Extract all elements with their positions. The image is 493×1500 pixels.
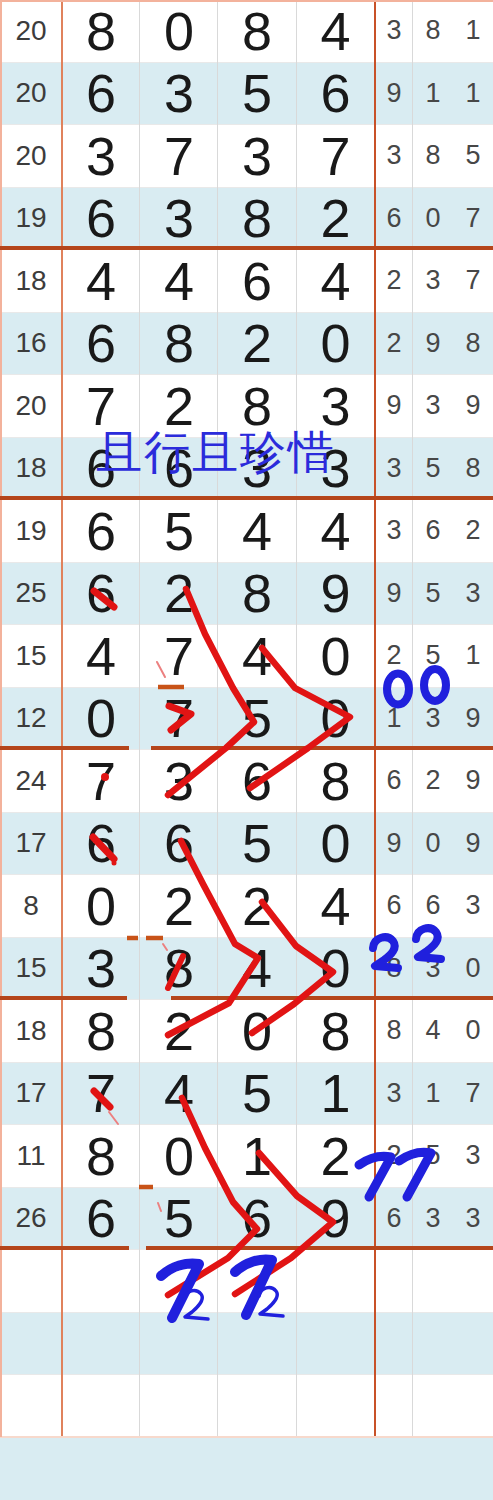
aux-digit-cell: 9 <box>375 375 413 437</box>
table-row: 206356911 <box>0 63 493 126</box>
main-digit-cell: 4 <box>218 625 296 687</box>
main-digit-cell: 8 <box>218 563 296 625</box>
table-row: 256289953 <box>0 563 493 626</box>
lottery-trend-board: 2080843812063569112037373851963826071844… <box>0 0 493 1500</box>
draw-count-cell: 17 <box>0 1063 62 1125</box>
draw-count-cell <box>0 1438 62 1500</box>
table-row: 154740251 <box>0 625 493 688</box>
aux-digit-cell: 3 <box>453 1125 493 1187</box>
main-digit-cell: 8 <box>140 313 218 375</box>
aux-digit-cell: 5 <box>453 125 493 187</box>
main-digit-cell: 0 <box>296 688 375 750</box>
main-digit-cell: 9 <box>296 563 375 625</box>
main-digit-cell: 4 <box>140 250 218 312</box>
main-digit-cell: 0 <box>296 813 375 875</box>
draw-count-cell: 17 <box>0 813 62 875</box>
aux-digit-cell: 3 <box>413 250 453 312</box>
table-row: 177451317 <box>0 1063 493 1126</box>
aux-digit-cell: 3 <box>375 0 413 62</box>
aux-digit-cell: 3 <box>453 563 493 625</box>
aux-digit-cell: 0 <box>453 938 493 1000</box>
main-digit-cell <box>296 1375 375 1437</box>
main-digit-cell: 4 <box>296 875 375 937</box>
main-digit-cell: 0 <box>140 1125 218 1187</box>
main-digit-cell: 3 <box>140 750 218 812</box>
main-digit-cell: 2 <box>140 563 218 625</box>
main-digit-cell <box>140 1250 218 1312</box>
aux-digit-cell: 0 <box>413 188 453 250</box>
aux-digit-cell: 4 <box>413 1000 453 1062</box>
aux-digit-cell: 5 <box>413 438 453 500</box>
main-digit-cell: 2 <box>296 188 375 250</box>
main-digit-cell: 6 <box>218 250 296 312</box>
aux-digit-cell: 7 <box>453 250 493 312</box>
aux-digit-cell <box>413 1438 453 1500</box>
table-row <box>0 1375 493 1438</box>
main-digit-cell <box>296 1438 375 1500</box>
group-separator-3 <box>0 746 129 750</box>
aux-digit-cell: 8 <box>453 438 493 500</box>
main-digit-cell: 8 <box>218 0 296 62</box>
aux-digit-cell <box>413 1375 453 1437</box>
main-digit-cell: 3 <box>140 188 218 250</box>
draw-count-cell: 20 <box>0 375 62 437</box>
main-digit-cell <box>140 1438 218 1500</box>
watermark-text: 且行且珍惜 <box>96 422 336 484</box>
aux-digit-cell: 2 <box>375 250 413 312</box>
main-digit-cell: 0 <box>296 625 375 687</box>
main-digit-cell: 0 <box>140 0 218 62</box>
draw-count-cell: 25 <box>0 563 62 625</box>
main-digit-cell: 0 <box>62 688 140 750</box>
draw-count-cell: 18 <box>0 1000 62 1062</box>
draw-count-cell <box>0 1375 62 1437</box>
main-digit-cell: 8 <box>296 750 375 812</box>
table-row: 203737385 <box>0 125 493 188</box>
number-grid: 2080843812063569112037373851963826071844… <box>0 0 493 1500</box>
aux-digit-cell <box>375 1375 413 1437</box>
main-digit-cell: 5 <box>218 63 296 125</box>
aux-digit-cell: 9 <box>413 313 453 375</box>
aux-digit-cell: 6 <box>413 875 453 937</box>
column-divider <box>296 0 297 1437</box>
column-divider-orange-left <box>61 0 63 1437</box>
aux-digit-cell <box>453 1250 493 1312</box>
aux-digit-cell: 1 <box>453 0 493 62</box>
main-digit-cell: 0 <box>296 938 375 1000</box>
main-digit-cell: 1 <box>218 1125 296 1187</box>
draw-count-cell: 8 <box>0 875 62 937</box>
main-digit-cell: 3 <box>140 63 218 125</box>
main-digit-cell <box>218 1375 296 1437</box>
group-separator-2 <box>0 496 493 500</box>
aux-digit-cell: 7 <box>453 1063 493 1125</box>
table-row: 153840830 <box>0 938 493 1001</box>
aux-digit-cell: 5 <box>413 625 453 687</box>
main-digit-cell: 7 <box>140 625 218 687</box>
column-divider <box>139 0 140 1437</box>
main-digit-cell <box>296 1250 375 1312</box>
aux-digit-cell: 9 <box>453 813 493 875</box>
main-digit-cell: 5 <box>218 813 296 875</box>
main-digit-cell: 6 <box>140 813 218 875</box>
draw-count-cell: 12 <box>0 688 62 750</box>
draw-count-cell: 20 <box>0 63 62 125</box>
table-row: 118012253 <box>0 1125 493 1188</box>
main-digit-cell: 6 <box>62 563 140 625</box>
aux-digit-cell: 3 <box>413 1188 453 1250</box>
aux-digit-cell <box>375 1438 413 1500</box>
group-separator-4 <box>0 996 127 1000</box>
aux-digit-cell: 3 <box>375 500 413 562</box>
aux-digit-cell: 9 <box>375 63 413 125</box>
main-digit-cell <box>62 1313 140 1375</box>
aux-digit-cell <box>453 1313 493 1375</box>
aux-digit-cell: 1 <box>413 1063 453 1125</box>
draw-count-cell: 24 <box>0 750 62 812</box>
draw-count-cell: 26 <box>0 1188 62 1250</box>
aux-digit-cell: 3 <box>413 375 453 437</box>
main-digit-cell: 7 <box>140 125 218 187</box>
aux-digit-cell: 9 <box>453 750 493 812</box>
table-row: 166820298 <box>0 313 493 376</box>
aux-digit-cell: 7 <box>453 188 493 250</box>
group-separator-5 <box>0 1246 129 1250</box>
aux-digit-cell: 1 <box>453 625 493 687</box>
draw-count-cell <box>0 1250 62 1312</box>
aux-digit-cell <box>413 1313 453 1375</box>
main-digit-cell: 7 <box>62 1063 140 1125</box>
main-digit-cell <box>62 1438 140 1500</box>
table-row: 120750139 <box>0 688 493 751</box>
aux-digit-cell: 8 <box>453 313 493 375</box>
aux-digit-cell: 6 <box>375 188 413 250</box>
main-digit-cell: 0 <box>296 313 375 375</box>
main-digit-cell: 7 <box>296 125 375 187</box>
main-digit-cell: 4 <box>218 938 296 1000</box>
table-row: 188208840 <box>0 1000 493 1063</box>
main-digit-cell: 0 <box>218 1000 296 1062</box>
draw-count-cell: 19 <box>0 500 62 562</box>
aux-digit-cell: 3 <box>413 688 453 750</box>
aux-digit-cell: 6 <box>375 1188 413 1250</box>
draw-count-cell <box>0 1313 62 1375</box>
main-digit-cell: 4 <box>62 250 140 312</box>
aux-digit-cell: 8 <box>375 1000 413 1062</box>
aux-digit-cell: 3 <box>453 875 493 937</box>
aux-digit-cell: 9 <box>453 375 493 437</box>
main-digit-cell <box>218 1438 296 1500</box>
table-row: 80224663 <box>0 875 493 938</box>
aux-digit-cell <box>375 1313 413 1375</box>
main-digit-cell: 6 <box>62 313 140 375</box>
group-separator-1 <box>0 246 493 250</box>
main-digit-cell: 9 <box>296 1188 375 1250</box>
main-digit-cell: 4 <box>296 500 375 562</box>
aux-digit-cell: 2 <box>375 313 413 375</box>
main-digit-cell: 6 <box>62 188 140 250</box>
main-digit-cell <box>296 1313 375 1375</box>
aux-digit-cell: 3 <box>413 938 453 1000</box>
table-row: 208084381 <box>0 0 493 63</box>
draw-count-cell: 15 <box>0 625 62 687</box>
aux-digit-cell: 8 <box>375 938 413 1000</box>
board-top-border <box>0 0 493 2</box>
aux-digit-cell: 3 <box>375 125 413 187</box>
aux-digit-cell: 0 <box>413 813 453 875</box>
aux-digit-cell: 9 <box>375 813 413 875</box>
draw-count-cell: 16 <box>0 313 62 375</box>
main-digit-cell <box>140 1313 218 1375</box>
main-digit-cell: 6 <box>296 63 375 125</box>
aux-digit-cell: 2 <box>453 500 493 562</box>
table-row: 266569633 <box>0 1188 493 1251</box>
main-digit-cell: 7 <box>140 688 218 750</box>
aux-digit-cell: 3 <box>375 1063 413 1125</box>
group-separator-3 <box>151 746 493 750</box>
table-row <box>0 1438 493 1500</box>
main-digit-cell: 3 <box>218 125 296 187</box>
aux-digit-cell: 8 <box>413 0 453 62</box>
main-digit-cell: 8 <box>62 1000 140 1062</box>
group-separator-4 <box>171 996 493 1000</box>
main-digit-cell <box>218 1313 296 1375</box>
main-digit-cell: 2 <box>218 313 296 375</box>
main-digit-cell: 5 <box>140 1188 218 1250</box>
draw-count-cell: 19 <box>0 188 62 250</box>
column-divider <box>412 0 413 1437</box>
main-digit-cell: 2 <box>218 875 296 937</box>
main-digit-cell: 8 <box>62 1125 140 1187</box>
aux-digit-cell: 1 <box>453 63 493 125</box>
main-digit-cell: 8 <box>296 1000 375 1062</box>
group-separator-5 <box>146 1246 493 1250</box>
aux-digit-cell <box>375 1250 413 1312</box>
main-digit-cell: 2 <box>140 875 218 937</box>
draw-count-cell: 18 <box>0 438 62 500</box>
main-digit-cell: 4 <box>140 1063 218 1125</box>
main-digit-cell <box>62 1375 140 1437</box>
main-digit-cell: 8 <box>218 188 296 250</box>
aux-digit-cell: 2 <box>375 1125 413 1187</box>
aux-digit-cell: 5 <box>413 563 453 625</box>
aux-digit-cell: 3 <box>375 438 413 500</box>
main-digit-cell: 5 <box>218 688 296 750</box>
aux-digit-cell: 1 <box>375 688 413 750</box>
table-row: 176650909 <box>0 813 493 876</box>
main-digit-cell: 2 <box>296 1125 375 1187</box>
main-digit-cell: 2 <box>140 1000 218 1062</box>
aux-digit-cell: 6 <box>375 750 413 812</box>
main-digit-cell: 3 <box>62 125 140 187</box>
main-digit-cell: 8 <box>140 938 218 1000</box>
main-digit-cell: 1 <box>296 1063 375 1125</box>
board-left-border <box>0 0 2 1437</box>
table-row: 184464237 <box>0 250 493 313</box>
draw-count-cell: 18 <box>0 250 62 312</box>
table-row: 196382607 <box>0 188 493 251</box>
draw-count-cell: 20 <box>0 0 62 62</box>
aux-digit-cell: 0 <box>453 1000 493 1062</box>
aux-digit-cell: 2 <box>413 750 453 812</box>
column-divider-orange-right <box>374 0 376 1437</box>
column-divider <box>217 0 218 1437</box>
aux-digit-cell: 8 <box>413 125 453 187</box>
main-digit-cell: 7 <box>62 750 140 812</box>
main-digit-cell: 6 <box>62 500 140 562</box>
aux-digit-cell: 2 <box>375 625 413 687</box>
main-digit-cell: 3 <box>62 938 140 1000</box>
main-digit-cell <box>62 1250 140 1312</box>
aux-digit-cell <box>453 1438 493 1500</box>
main-digit-cell: 6 <box>218 1188 296 1250</box>
main-digit-cell <box>218 1250 296 1312</box>
main-digit-cell: 6 <box>218 750 296 812</box>
main-digit-cell: 6 <box>62 1188 140 1250</box>
aux-digit-cell: 1 <box>413 63 453 125</box>
draw-count-cell: 15 <box>0 938 62 1000</box>
aux-digit-cell: 5 <box>413 1125 453 1187</box>
table-row <box>0 1313 493 1376</box>
main-digit-cell: 4 <box>62 625 140 687</box>
main-digit-cell: 0 <box>62 875 140 937</box>
aux-digit-cell <box>413 1250 453 1312</box>
draw-count-cell: 11 <box>0 1125 62 1187</box>
aux-digit-cell <box>453 1375 493 1437</box>
main-digit-cell <box>140 1375 218 1437</box>
main-digit-cell: 4 <box>296 0 375 62</box>
aux-digit-cell: 3 <box>453 1188 493 1250</box>
aux-digit-cell: 6 <box>375 875 413 937</box>
aux-digit-cell: 9 <box>375 563 413 625</box>
main-digit-cell: 5 <box>140 500 218 562</box>
table-row: 196544362 <box>0 500 493 563</box>
table-row <box>0 1250 493 1313</box>
main-digit-cell: 5 <box>218 1063 296 1125</box>
main-digit-cell: 8 <box>62 0 140 62</box>
aux-digit-cell: 6 <box>413 500 453 562</box>
main-digit-cell: 6 <box>62 813 140 875</box>
main-digit-cell: 4 <box>296 250 375 312</box>
main-digit-cell: 6 <box>62 63 140 125</box>
table-row: 247368629 <box>0 750 493 813</box>
bottom-section-divider <box>0 1436 493 1438</box>
main-digit-cell: 4 <box>218 500 296 562</box>
draw-count-cell: 20 <box>0 125 62 187</box>
aux-digit-cell: 9 <box>453 688 493 750</box>
